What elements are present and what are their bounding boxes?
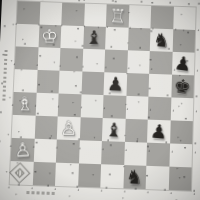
square-b2[interactable]	[33, 139, 57, 163]
square-b5[interactable]	[36, 70, 59, 94]
square-b6[interactable]	[37, 47, 60, 70]
square-e8[interactable]: ♖	[106, 4, 129, 27]
square-h7[interactable]	[172, 29, 195, 52]
square-h4[interactable]	[170, 97, 193, 121]
white-pawn-icon[interactable]: ♙	[60, 119, 77, 138]
square-c6[interactable]	[60, 48, 83, 72]
square-h5[interactable]: ♚	[171, 75, 194, 99]
square-d6[interactable]	[82, 49, 105, 73]
square-f3[interactable]	[124, 119, 147, 143]
square-f7[interactable]	[127, 28, 150, 51]
black-pawn-icon[interactable]: ♟	[106, 74, 124, 94]
maker-logo-inner	[15, 168, 25, 178]
square-h2[interactable]	[169, 143, 192, 167]
black-bishop-icon[interactable]: ♝	[105, 120, 123, 140]
square-g6[interactable]	[149, 51, 172, 75]
square-b3[interactable]	[34, 116, 57, 140]
white-bishop-icon[interactable]: ♗	[15, 94, 33, 114]
square-e1[interactable]	[100, 164, 123, 188]
square-h6[interactable]: ♟	[172, 52, 195, 76]
square-d1[interactable]	[78, 163, 101, 187]
square-c2[interactable]	[56, 139, 79, 163]
square-g1[interactable]	[146, 166, 169, 190]
square-d5[interactable]	[81, 71, 104, 95]
square-g2[interactable]	[146, 143, 169, 167]
square-c4[interactable]	[58, 94, 81, 118]
square-f8[interactable]	[128, 5, 151, 28]
square-e3[interactable]: ♝	[102, 118, 125, 142]
square-d3[interactable]	[79, 117, 102, 141]
square-a3[interactable]	[12, 115, 36, 139]
square-d4[interactable]	[80, 94, 103, 118]
square-c3[interactable]: ♙	[57, 116, 80, 140]
left-margin-brand-text	[2, 50, 7, 104]
square-a7[interactable]	[16, 24, 39, 47]
square-a5[interactable]	[14, 69, 37, 93]
white-king-icon[interactable]: ♔	[41, 27, 58, 46]
square-d2[interactable]	[78, 140, 101, 164]
square-a8[interactable]	[17, 1, 40, 24]
black-pawn-icon[interactable]: ♟	[149, 121, 168, 142]
square-g7[interactable]: ♞	[150, 28, 173, 51]
square-d8[interactable]	[84, 4, 107, 27]
black-bishop-icon[interactable]: ♝	[86, 28, 103, 47]
square-e7[interactable]	[105, 27, 128, 50]
square-e6[interactable]	[104, 50, 127, 74]
bottom-margin-brand-text	[26, 191, 56, 195]
white-pawn-icon[interactable]: ♙	[13, 140, 31, 160]
square-e5[interactable]: ♟	[104, 72, 127, 96]
square-g8[interactable]	[150, 6, 173, 29]
square-h8[interactable]	[173, 7, 196, 30]
square-b4[interactable]	[35, 93, 58, 117]
square-a2[interactable]: ♙	[11, 138, 35, 162]
square-f1[interactable]: ♞	[123, 165, 146, 189]
square-e2[interactable]	[101, 141, 124, 165]
chess-board: ♖♔♝♞♟♟♚♗♙♝♟♙♞	[0, 0, 200, 200]
black-pawn-icon[interactable]: ♟	[173, 53, 192, 74]
black-knight-icon[interactable]: ♞	[152, 30, 171, 50]
white-rook-icon[interactable]: ♖	[109, 6, 127, 25]
square-f6[interactable]	[127, 50, 150, 74]
square-b7[interactable]: ♔	[38, 25, 61, 48]
board-grid: ♖♔♝♞♟♟♚♗♙♝♟♙♞	[9, 0, 197, 191]
square-g5[interactable]	[148, 74, 171, 98]
square-c1[interactable]	[55, 163, 79, 187]
square-h3[interactable]	[170, 120, 193, 144]
square-g3[interactable]: ♟	[147, 120, 170, 144]
square-c7[interactable]	[60, 25, 83, 48]
square-c8[interactable]	[61, 3, 84, 26]
square-a4[interactable]: ♗	[13, 92, 36, 116]
square-e4[interactable]	[103, 95, 126, 119]
square-b1[interactable]	[32, 162, 56, 186]
square-a6[interactable]	[15, 46, 38, 69]
square-d7[interactable]: ♝	[83, 26, 106, 49]
square-f5[interactable]	[126, 73, 149, 97]
black-king-icon[interactable]: ♚	[173, 76, 192, 97]
square-h1[interactable]	[168, 167, 191, 191]
square-f4[interactable]	[125, 96, 148, 120]
square-b8[interactable]	[39, 2, 62, 25]
black-knight-icon[interactable]: ♞	[125, 167, 144, 187]
square-g4[interactable]	[148, 97, 171, 121]
photo-scene: ♖♔♝♞♟♟♚♗♙♝♟♙♞	[0, 0, 200, 200]
square-c5[interactable]	[59, 71, 82, 95]
square-f2[interactable]	[124, 142, 147, 166]
